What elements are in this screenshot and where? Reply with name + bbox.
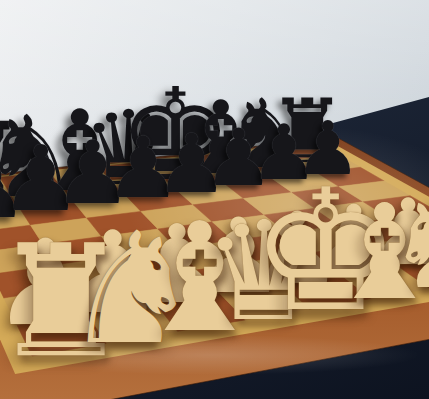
pieces-layer: ♜♞♝♛♚♝♞♜♟♟♟♟♟♟♟♟♟♟♟♟♟♟♟♟♜♞♝♛♚♝♞♜ (0, 0, 429, 399)
piece-white-knight-g1[interactable]: ♞ (386, 184, 429, 307)
photo-scene: ♜♞♝♛♚♝♞♜♟♟♟♟♟♟♟♟♟♟♟♟♟♟♟♟♜♞♝♛♚♝♞♜ (0, 0, 429, 399)
